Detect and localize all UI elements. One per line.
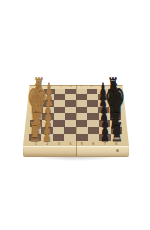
- board-hinge: [76, 85, 77, 146]
- rank-label: 2: [45, 85, 55, 88]
- board-fold-seam: [76, 146, 77, 156]
- square: [99, 113, 110, 120]
- square: [41, 127, 53, 134]
- rank-label: 6: [86, 85, 96, 88]
- square: [53, 120, 64, 127]
- square: [30, 120, 41, 127]
- rank-label: 5: [76, 85, 86, 88]
- square: [65, 120, 76, 127]
- rank-label: 3: [56, 85, 66, 88]
- square: [99, 127, 111, 134]
- product-photo: 12345678 12345678 ♜♞♝♛♚♝♞♜♟♟♟♟♟♟♟♟♟♟♟♟♟♟…: [0, 0, 150, 230]
- board-front-edge: [23, 146, 129, 157]
- square: [110, 113, 121, 120]
- square: [42, 113, 53, 120]
- square: [30, 127, 42, 134]
- square: [64, 127, 76, 134]
- square: [110, 120, 121, 127]
- rank-label: 8: [107, 85, 117, 88]
- square: [65, 113, 76, 120]
- square: [87, 120, 98, 127]
- clasp-latch: [116, 149, 119, 152]
- square: [99, 120, 110, 127]
- rank-label: 1: [35, 85, 45, 88]
- square: [54, 113, 65, 120]
- square: [88, 127, 100, 134]
- rank-label: 4: [66, 85, 76, 88]
- square: [53, 127, 65, 134]
- square: [111, 127, 123, 134]
- square: [42, 120, 53, 127]
- square: [76, 120, 87, 127]
- square: [31, 113, 42, 120]
- chess-board: 12345678 12345678: [23, 85, 129, 146]
- square: [87, 113, 98, 120]
- rank-labels-far: 12345678: [35, 85, 117, 88]
- square: [76, 113, 87, 120]
- board-front-right-half: [77, 146, 130, 156]
- rank-label: 7: [97, 85, 107, 88]
- square: [76, 127, 88, 134]
